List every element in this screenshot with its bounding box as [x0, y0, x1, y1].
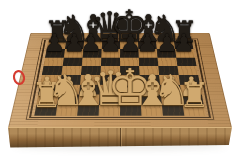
black-pawn-f7[interactable]: ♟ — [136, 31, 158, 55]
black-pawn-h7[interactable]: ♟ — [173, 31, 195, 55]
black-pawn-d7[interactable]: ♟ — [100, 31, 122, 55]
board-shadow — [14, 142, 226, 150]
square-a6[interactable] — [43, 58, 63, 67]
white-rook-h1[interactable]: ♜ — [179, 78, 210, 112]
black-pawn-c7[interactable]: ♟ — [80, 31, 102, 55]
black-pawn-a7[interactable]: ♟ — [44, 31, 66, 55]
chess-set-photo: ♜♞♝♛♚♝♞♜♟♟♟♟♟♟♟♟♟♟♟♟♟♟♟♟♜♞♝♛♚♝♞♜ — [0, 0, 240, 159]
square-b6[interactable] — [63, 58, 83, 67]
square-g6[interactable] — [157, 58, 177, 67]
square-h6[interactable] — [176, 58, 196, 67]
